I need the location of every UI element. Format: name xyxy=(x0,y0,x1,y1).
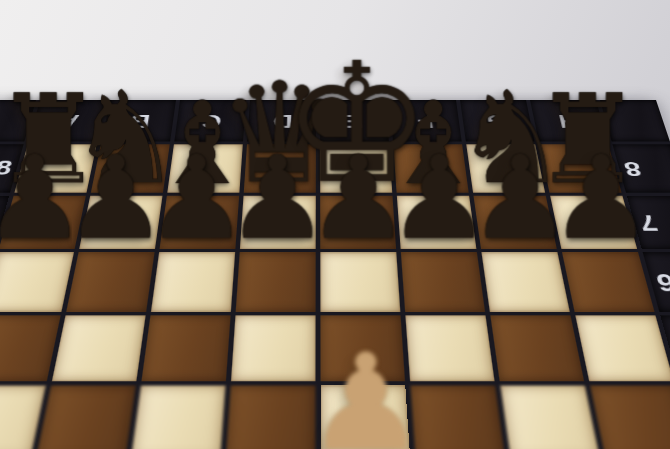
coordinate-text: A xyxy=(55,110,81,131)
file-label-far-e: E xyxy=(320,100,389,141)
square-e8: ♚ xyxy=(320,144,392,192)
square-e5 xyxy=(320,315,405,381)
square-h6 xyxy=(562,252,654,311)
square-b4 xyxy=(36,385,136,449)
square-e7: ♟ xyxy=(320,196,396,249)
coordinate-text: C xyxy=(199,110,222,131)
square-b7: ♟ xyxy=(79,196,162,249)
coordinate-text: 7 xyxy=(0,209,1,234)
square-g5 xyxy=(490,315,584,381)
square-e6 xyxy=(320,252,400,311)
square-c8: ♝ xyxy=(167,144,243,192)
square-a5 xyxy=(0,315,61,381)
chess-board: ABCDEFGH8♜♞♝♛♚♝♞♜87♟♟♟♟♟♟♟♟766554♟433221… xyxy=(0,100,670,449)
square-d7: ♟ xyxy=(240,196,316,249)
coordinate-text: F xyxy=(415,110,435,131)
coordinate-text: 8 xyxy=(620,157,644,180)
coordinate-text: 6 xyxy=(652,268,670,296)
file-label-far-f: F xyxy=(390,100,462,141)
square-g4 xyxy=(500,385,600,449)
square-c7: ♟ xyxy=(160,196,240,249)
square-g6 xyxy=(482,252,570,311)
square-h5 xyxy=(575,315,670,381)
rail-corner xyxy=(600,100,670,141)
coordinate-text: G xyxy=(484,110,510,131)
square-h4 xyxy=(590,385,670,449)
square-a6 xyxy=(0,252,74,311)
square-c5 xyxy=(141,315,230,381)
rank-label-right-6: 6 xyxy=(643,252,670,311)
square-h8: ♜ xyxy=(539,144,621,192)
coordinate-text: E xyxy=(344,110,364,131)
square-d5 xyxy=(231,315,316,381)
square-b5 xyxy=(52,315,146,381)
file-label-far-h: H xyxy=(530,100,607,141)
square-f4 xyxy=(410,385,505,449)
square-h7: ♟ xyxy=(550,196,637,249)
square-b8: ♞ xyxy=(91,144,170,192)
photo-stage: ABCDEFGH8♜♞♝♛♚♝♞♜87♟♟♟♟♟♟♟♟766554♟433221… xyxy=(0,0,670,449)
file-label-far-d: D xyxy=(247,100,316,141)
file-label-far-g: G xyxy=(460,100,535,141)
square-f6 xyxy=(401,252,485,311)
square-g7: ♟ xyxy=(474,196,557,249)
square-f5 xyxy=(405,315,494,381)
square-f7: ♟ xyxy=(397,196,477,249)
coordinate-text: H xyxy=(555,110,581,131)
square-d8: ♛ xyxy=(244,144,316,192)
file-label-far-b: B xyxy=(101,100,176,141)
file-label-far-a: A xyxy=(29,100,106,141)
square-g8: ♞ xyxy=(466,144,545,192)
square-c6 xyxy=(151,252,235,311)
coordinate-text: B xyxy=(127,110,152,131)
square-d4 xyxy=(226,385,316,449)
square-e4: ♟ xyxy=(321,385,411,449)
rank-label-right-8: 8 xyxy=(612,144,670,192)
file-label-far-c: C xyxy=(174,100,246,141)
coordinate-text: 8 xyxy=(0,157,16,180)
square-b6 xyxy=(66,252,154,311)
coordinate-text: 7 xyxy=(635,209,660,234)
square-a8: ♜ xyxy=(14,144,96,192)
square-f8: ♝ xyxy=(393,144,469,192)
square-d6 xyxy=(236,252,316,311)
square-a7: ♟ xyxy=(0,196,86,249)
coordinate-text: D xyxy=(271,110,293,131)
square-c4 xyxy=(131,385,226,449)
